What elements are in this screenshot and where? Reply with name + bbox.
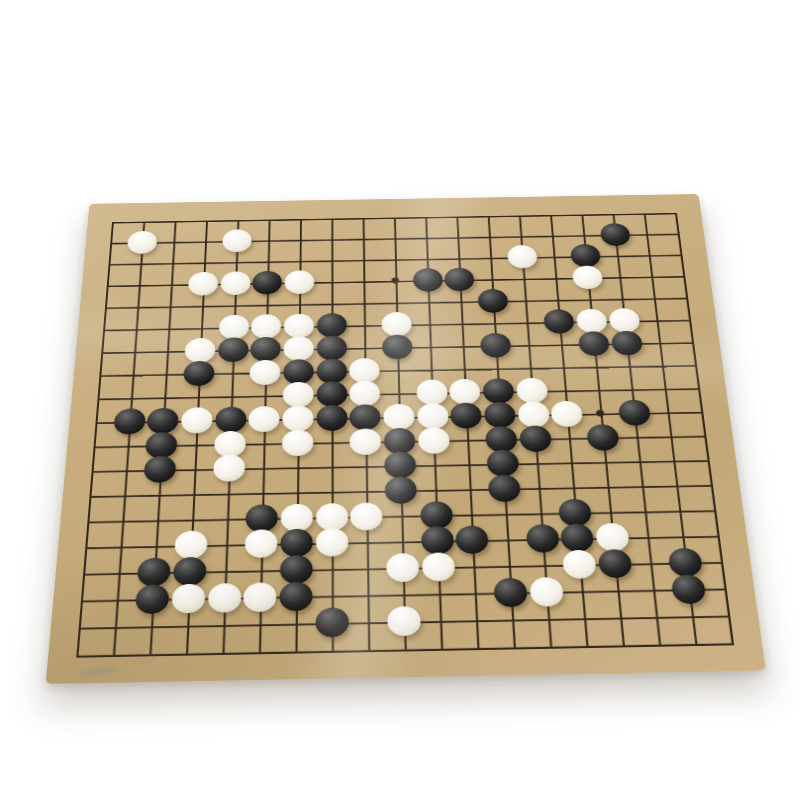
black-stone[interactable]: [250, 337, 281, 362]
white-stone[interactable]: [387, 606, 421, 636]
white-stone[interactable]: [529, 577, 564, 607]
black-stone[interactable]: [217, 337, 248, 362]
white-stone[interactable]: [316, 528, 349, 557]
white-stone[interactable]: [248, 406, 280, 432]
black-stone[interactable]: [444, 267, 475, 291]
black-stone[interactable]: [280, 555, 313, 584]
black-stone[interactable]: [279, 581, 312, 611]
white-stone[interactable]: [572, 265, 604, 289]
black-stone[interactable]: [480, 333, 512, 358]
black-stone[interactable]: [385, 476, 417, 504]
black-stone[interactable]: [420, 501, 453, 529]
white-stone[interactable]: [383, 404, 415, 430]
white-stone[interactable]: [181, 407, 213, 433]
black-stone[interactable]: [450, 402, 482, 428]
black-stone[interactable]: [316, 336, 346, 361]
black-stone[interactable]: [543, 309, 575, 334]
white-stone[interactable]: [350, 428, 382, 455]
black-stone[interactable]: [486, 450, 519, 477]
black-stone[interactable]: [610, 331, 643, 356]
black-stone[interactable]: [482, 378, 514, 404]
black-stone[interactable]: [560, 524, 595, 553]
black-stone[interactable]: [183, 360, 215, 386]
go-mat: [46, 194, 766, 684]
white-stone[interactable]: [243, 582, 277, 612]
white-stone[interactable]: [350, 502, 382, 530]
white-stone[interactable]: [174, 531, 208, 560]
scene: [0, 0, 800, 800]
white-stone[interactable]: [188, 272, 219, 296]
black-stone[interactable]: [246, 504, 279, 532]
black-stone[interactable]: [493, 577, 528, 607]
white-stone[interactable]: [421, 552, 455, 581]
white-stone[interactable]: [284, 270, 314, 294]
white-stone[interactable]: [381, 312, 412, 337]
black-stone[interactable]: [586, 424, 620, 451]
black-stone[interactable]: [315, 608, 348, 638]
white-stone[interactable]: [282, 429, 314, 456]
black-stone[interactable]: [484, 402, 516, 428]
white-stone[interactable]: [207, 583, 241, 613]
black-stone[interactable]: [316, 405, 347, 431]
white-stone[interactable]: [551, 401, 584, 427]
black-stone[interactable]: [147, 408, 180, 434]
go-board-grid[interactable]: [76, 213, 734, 658]
black-stone[interactable]: [280, 529, 313, 558]
white-stone[interactable]: [562, 550, 597, 579]
white-stone[interactable]: [516, 378, 549, 404]
black-stone[interactable]: [144, 456, 177, 483]
black-stone[interactable]: [252, 271, 282, 295]
white-stone[interactable]: [417, 427, 449, 454]
white-stone[interactable]: [608, 308, 640, 333]
white-stone[interactable]: [127, 230, 158, 253]
black-stone[interactable]: [283, 359, 314, 385]
black-stone[interactable]: [113, 408, 146, 434]
white-stone[interactable]: [416, 380, 448, 406]
black-stone[interactable]: [316, 313, 346, 338]
white-stone[interactable]: [281, 503, 313, 531]
black-stone[interactable]: [519, 425, 552, 452]
white-stone[interactable]: [316, 503, 348, 531]
black-stone[interactable]: [350, 404, 381, 430]
black-stone[interactable]: [525, 524, 559, 553]
white-stone[interactable]: [251, 314, 282, 339]
white-stone[interactable]: [284, 314, 314, 339]
black-stone[interactable]: [671, 574, 707, 604]
white-stone[interactable]: [250, 359, 281, 385]
white-stone[interactable]: [222, 229, 252, 252]
white-stone[interactable]: [245, 529, 278, 558]
white-stone[interactable]: [282, 405, 313, 431]
white-stone[interactable]: [576, 309, 608, 334]
black-stone[interactable]: [215, 406, 247, 432]
white-stone[interactable]: [220, 271, 250, 295]
white-stone[interactable]: [386, 553, 419, 582]
black-stone[interactable]: [617, 399, 651, 425]
black-stone[interactable]: [137, 557, 171, 586]
black-stone[interactable]: [558, 498, 592, 526]
white-stone[interactable]: [349, 358, 380, 383]
black-stone[interactable]: [384, 452, 416, 479]
white-stone[interactable]: [507, 245, 538, 268]
white-stone[interactable]: [595, 523, 630, 552]
black-stone[interactable]: [421, 526, 454, 555]
white-stone[interactable]: [184, 338, 215, 363]
black-stone[interactable]: [316, 381, 347, 407]
black-stone[interactable]: [570, 244, 601, 267]
white-stone[interactable]: [517, 401, 550, 427]
black-stone[interactable]: [477, 289, 508, 313]
black-stone[interactable]: [384, 427, 416, 454]
black-stone[interactable]: [668, 548, 704, 577]
white-stone[interactable]: [218, 315, 249, 340]
black-stone[interactable]: [488, 474, 521, 502]
black-stone[interactable]: [599, 223, 630, 246]
black-stone[interactable]: [578, 331, 610, 356]
white-stone[interactable]: [283, 382, 314, 408]
black-stone[interactable]: [412, 268, 442, 292]
white-stone[interactable]: [283, 336, 314, 361]
black-stone[interactable]: [485, 426, 518, 453]
white-stone[interactable]: [417, 403, 449, 429]
black-stone[interactable]: [173, 557, 207, 586]
black-stone[interactable]: [597, 549, 632, 578]
black-stone[interactable]: [456, 526, 490, 555]
star-point: [391, 278, 399, 284]
white-stone[interactable]: [350, 381, 381, 407]
black-stone[interactable]: [145, 432, 178, 459]
black-stone[interactable]: [382, 334, 413, 359]
white-stone[interactable]: [449, 379, 481, 405]
cloth-smudge: [79, 665, 117, 679]
black-stone[interactable]: [135, 584, 170, 614]
white-stone[interactable]: [171, 583, 205, 613]
white-stone[interactable]: [213, 455, 246, 482]
black-stone[interactable]: [316, 358, 347, 383]
white-stone[interactable]: [214, 430, 246, 457]
product-photo-canvas: [0, 0, 800, 800]
star-point: [596, 410, 605, 417]
